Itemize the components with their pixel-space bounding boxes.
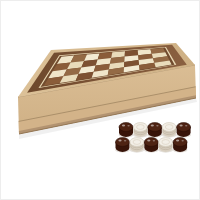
checker-glint [180, 125, 183, 127]
checker-top [116, 138, 130, 147]
checker-top [162, 123, 176, 132]
checker-light [162, 123, 177, 138]
checker-glint [153, 140, 155, 141]
checker-dark [144, 138, 159, 153]
checker-glint [122, 125, 125, 127]
checker-top [148, 123, 162, 132]
checker-light [130, 138, 145, 153]
checker-glint [156, 125, 158, 126]
checker-glint [176, 140, 179, 142]
game-set-photo [0, 0, 200, 200]
checkers-pieces [115, 123, 191, 153]
checker-dark [147, 123, 162, 138]
checker-dark [173, 138, 188, 153]
checker-top [144, 138, 158, 147]
checker-top [133, 123, 147, 132]
checker-top [130, 138, 144, 147]
checker-dark [119, 123, 134, 138]
checker-light [133, 123, 148, 138]
checker-top [119, 123, 133, 132]
checker-top [177, 123, 191, 132]
checker-top [173, 138, 187, 147]
checker-light [158, 138, 173, 153]
checker-dark [115, 138, 130, 153]
checker-glint [124, 140, 126, 141]
checker-glint [118, 140, 121, 142]
checker-dark [176, 123, 191, 138]
checker-top [159, 138, 173, 147]
checker-glint [182, 140, 184, 141]
checker-glint [127, 125, 129, 126]
checker-glint [147, 140, 150, 142]
checker-glint [185, 125, 187, 126]
checker-glint [151, 125, 154, 127]
product-photo [0, 0, 200, 200]
